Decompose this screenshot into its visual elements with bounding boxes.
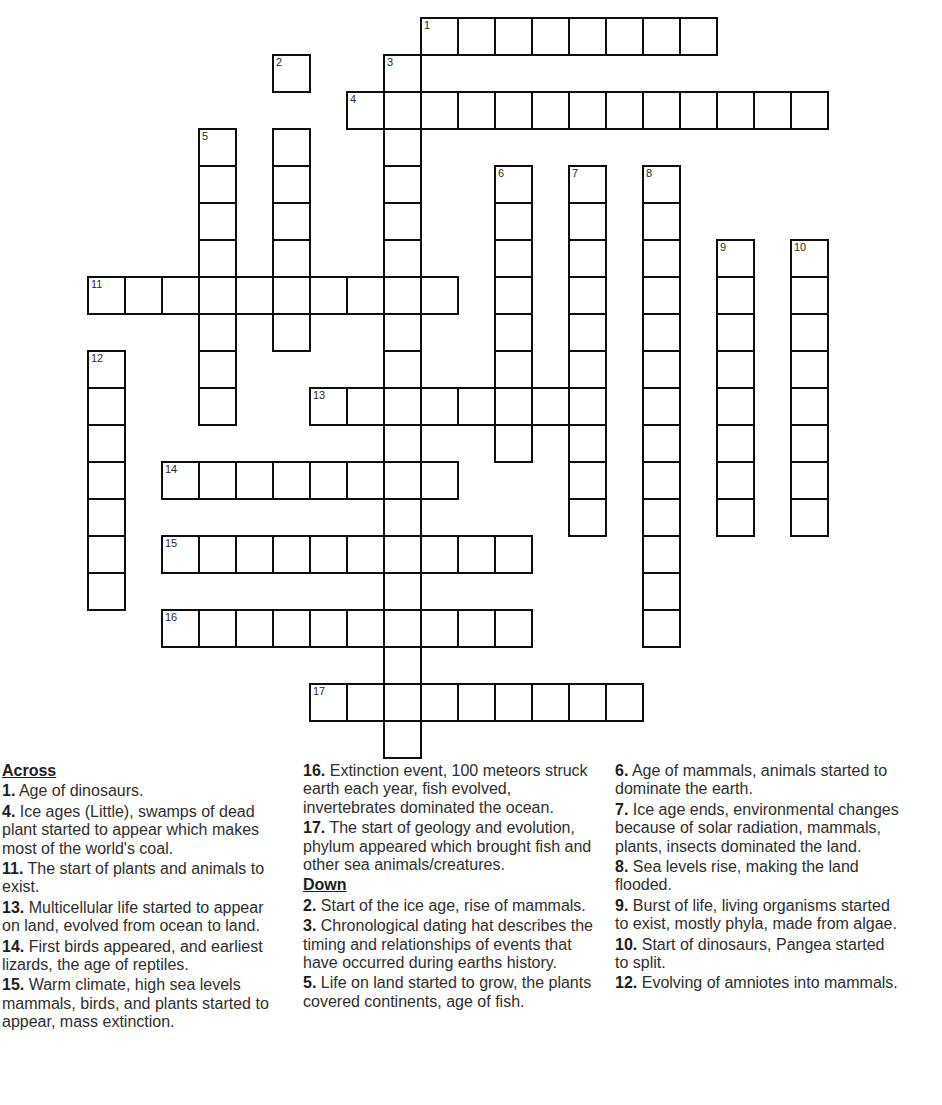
cell-r19c8[interactable] bbox=[383, 720, 422, 759]
cell-r5c15[interactable] bbox=[642, 202, 681, 241]
cell-r6c11[interactable] bbox=[494, 239, 533, 278]
clue-text: The start of geology and evolution, phyl… bbox=[303, 819, 591, 873]
clue-text: Age of mammals, animals started to domin… bbox=[615, 762, 887, 797]
cell-r2c14[interactable] bbox=[605, 91, 644, 130]
cell-r12c4[interactable] bbox=[235, 461, 274, 500]
clue-across-1: 1 Age of dinosaurs. bbox=[2, 782, 279, 800]
cell-r3c5[interactable] bbox=[272, 128, 311, 167]
cell-r12c17[interactable] bbox=[716, 461, 755, 500]
clue-text: Start of dinosaurs, Pangea started to sp… bbox=[615, 936, 885, 971]
clue-down-12: 12 Evolving of amniotes into mammals. bbox=[615, 974, 899, 992]
cell-r16c9[interactable] bbox=[420, 609, 459, 648]
cell-r0c16[interactable] bbox=[679, 17, 718, 56]
cell-r0c10[interactable] bbox=[457, 17, 496, 56]
cell-r11c11[interactable] bbox=[494, 424, 533, 463]
cell-r9c0[interactable]: 12 bbox=[87, 350, 126, 389]
cell-r7c1[interactable] bbox=[124, 276, 163, 315]
cell-r4c15[interactable]: 8 bbox=[642, 165, 681, 204]
cell-r18c8[interactable] bbox=[383, 683, 422, 722]
cell-r14c15[interactable] bbox=[642, 535, 681, 574]
cell-r7c17[interactable] bbox=[716, 276, 755, 315]
cell-r14c5[interactable] bbox=[272, 535, 311, 574]
cell-r9c15[interactable] bbox=[642, 350, 681, 389]
cell-r4c5[interactable] bbox=[272, 165, 311, 204]
cell-r2c18[interactable] bbox=[753, 91, 792, 130]
cell-r2c19[interactable] bbox=[790, 91, 829, 130]
cell-r18c11[interactable] bbox=[494, 683, 533, 722]
cell-r0c15[interactable] bbox=[642, 17, 681, 56]
cell-r13c13[interactable] bbox=[568, 498, 607, 537]
clue-down-3: 3 Chronological dating hat describes the… bbox=[303, 917, 595, 972]
cell-r11c13[interactable] bbox=[568, 424, 607, 463]
clue-across-15: 15 Warm climate, high sea levels mammals… bbox=[2, 976, 279, 1031]
clue-number: 3 bbox=[303, 917, 316, 934]
cell-r6c13[interactable] bbox=[568, 239, 607, 278]
clue-number: 4 bbox=[2, 803, 15, 820]
cell-r7c11[interactable] bbox=[494, 276, 533, 315]
cell-r16c3[interactable] bbox=[198, 609, 237, 648]
cell-r0c13[interactable] bbox=[568, 17, 607, 56]
clue-number: 7 bbox=[615, 801, 628, 818]
cell-r12c13[interactable] bbox=[568, 461, 607, 500]
clue-number: 8 bbox=[615, 858, 628, 875]
cell-r5c13[interactable] bbox=[568, 202, 607, 241]
cell-r5c8[interactable] bbox=[383, 202, 422, 241]
clue-text: Ice ages (Little), swamps of dead plant … bbox=[2, 803, 259, 857]
cell-r12c0[interactable] bbox=[87, 461, 126, 500]
cell-r0c12[interactable] bbox=[531, 17, 570, 56]
cell-r12c15[interactable] bbox=[642, 461, 681, 500]
cell-r10c12[interactable] bbox=[531, 387, 570, 426]
cell-r10c0[interactable] bbox=[87, 387, 126, 426]
cell-r9c8[interactable] bbox=[383, 350, 422, 389]
clue-number: 10 bbox=[615, 936, 637, 953]
cell-r10c6[interactable]: 13 bbox=[309, 387, 348, 426]
cell-r7c15[interactable] bbox=[642, 276, 681, 315]
cell-r17c8[interactable] bbox=[383, 646, 422, 685]
clue-column-middle: 16 Extinction event, 100 meteors struck … bbox=[303, 762, 595, 1013]
cell-r8c17[interactable] bbox=[716, 313, 755, 352]
clue-text: Warm climate, high sea levels mammals, b… bbox=[2, 976, 269, 1030]
cell-r14c10[interactable] bbox=[457, 535, 496, 574]
crossword-board: 1234567891011121314151617 bbox=[88, 18, 828, 758]
cell-r0c14[interactable] bbox=[605, 17, 644, 56]
clue-across-16: 16 Extinction event, 100 meteors struck … bbox=[303, 762, 595, 817]
cell-r8c13[interactable] bbox=[568, 313, 607, 352]
cell-r2c9[interactable] bbox=[420, 91, 459, 130]
cell-r4c3[interactable] bbox=[198, 165, 237, 204]
cell-number: 13 bbox=[313, 390, 325, 401]
cell-r11c17[interactable] bbox=[716, 424, 755, 463]
cell-r15c15[interactable] bbox=[642, 572, 681, 611]
cell-r12c19[interactable] bbox=[790, 461, 829, 500]
cell-r16c2[interactable]: 16 bbox=[161, 609, 200, 648]
clue-number: 11 bbox=[2, 860, 23, 877]
cell-r18c9[interactable] bbox=[420, 683, 459, 722]
cell-r10c13[interactable] bbox=[568, 387, 607, 426]
cell-r6c3[interactable] bbox=[198, 239, 237, 278]
clue-across-11: 11 The start of plants and animals to ex… bbox=[2, 860, 279, 897]
cell-r13c17[interactable] bbox=[716, 498, 755, 537]
cell-r16c10[interactable] bbox=[457, 609, 496, 648]
cell-r8c11[interactable] bbox=[494, 313, 533, 352]
cell-r3c8[interactable] bbox=[383, 128, 422, 167]
cell-r7c0[interactable]: 11 bbox=[87, 276, 126, 315]
cell-r9c11[interactable] bbox=[494, 350, 533, 389]
cell-r12c2[interactable]: 14 bbox=[161, 461, 200, 500]
clue-number: 16 bbox=[303, 762, 325, 779]
cell-r10c8[interactable] bbox=[383, 387, 422, 426]
cell-r16c7[interactable] bbox=[346, 609, 385, 648]
cell-r6c8[interactable] bbox=[383, 239, 422, 278]
cell-r12c3[interactable] bbox=[198, 461, 237, 500]
clue-down-6: 6 Age of mammals, animals started to dom… bbox=[615, 762, 899, 799]
cell-r10c17[interactable] bbox=[716, 387, 755, 426]
cell-r16c15[interactable] bbox=[642, 609, 681, 648]
cell-r5c11[interactable] bbox=[494, 202, 533, 241]
clue-number: 2 bbox=[303, 897, 316, 914]
clue-text: Evolving of amniotes into mammals. bbox=[642, 974, 898, 991]
cell-r11c19[interactable] bbox=[790, 424, 829, 463]
cell-r13c15[interactable] bbox=[642, 498, 681, 537]
clue-down-8: 8 Sea levels rise, making the land flood… bbox=[615, 858, 899, 895]
across-heading: Across bbox=[2, 762, 279, 780]
cell-r3c3[interactable]: 5 bbox=[198, 128, 237, 167]
cell-r2c17[interactable] bbox=[716, 91, 755, 130]
cell-r9c3[interactable] bbox=[198, 350, 237, 389]
crossword-page: 1234567891011121314151617 Across1 Age of… bbox=[0, 0, 942, 1105]
clue-number: 1 bbox=[2, 782, 15, 799]
cell-number: 9 bbox=[720, 242, 726, 253]
cell-r1c5[interactable]: 2 bbox=[272, 54, 311, 93]
cell-r8c8[interactable] bbox=[383, 313, 422, 352]
cell-r2c13[interactable] bbox=[568, 91, 607, 130]
cell-r7c9[interactable] bbox=[420, 276, 459, 315]
cell-r18c10[interactable] bbox=[457, 683, 496, 722]
cell-r11c8[interactable] bbox=[383, 424, 422, 463]
cell-number: 3 bbox=[387, 57, 393, 68]
cell-r7c4[interactable] bbox=[235, 276, 274, 315]
clue-column-across: Across1 Age of dinosaurs.4 Ice ages (Lit… bbox=[2, 762, 279, 1034]
cell-r7c7[interactable] bbox=[346, 276, 385, 315]
cell-r9c17[interactable] bbox=[716, 350, 755, 389]
clue-text: Sea levels rise, making the land flooded… bbox=[615, 858, 859, 893]
cell-r0c11[interactable] bbox=[494, 17, 533, 56]
cell-r12c7[interactable] bbox=[346, 461, 385, 500]
clue-text: Life on land started to grow, the plants… bbox=[303, 974, 591, 1009]
cell-r8c15[interactable] bbox=[642, 313, 681, 352]
cell-r16c5[interactable] bbox=[272, 609, 311, 648]
cell-r10c3[interactable] bbox=[198, 387, 237, 426]
cell-r18c6[interactable]: 17 bbox=[309, 683, 348, 722]
cell-r15c0[interactable] bbox=[87, 572, 126, 611]
cell-number: 4 bbox=[350, 94, 356, 105]
clue-text: Chronological dating hat describes the t… bbox=[303, 917, 593, 971]
clue-text: The start of plants and animals to exist… bbox=[2, 860, 264, 895]
cell-r8c3[interactable] bbox=[198, 313, 237, 352]
cell-r14c9[interactable] bbox=[420, 535, 459, 574]
cell-r6c15[interactable] bbox=[642, 239, 681, 278]
clue-text: Age of dinosaurs. bbox=[19, 782, 144, 799]
cell-r7c13[interactable] bbox=[568, 276, 607, 315]
cell-number: 16 bbox=[165, 612, 177, 623]
cell-r9c19[interactable] bbox=[790, 350, 829, 389]
cell-number: 7 bbox=[572, 168, 578, 179]
cell-number: 8 bbox=[646, 168, 652, 179]
cell-r5c5[interactable] bbox=[272, 202, 311, 241]
cell-number: 15 bbox=[165, 538, 177, 549]
cell-number: 10 bbox=[794, 242, 806, 253]
cell-r16c8[interactable] bbox=[383, 609, 422, 648]
down-heading: Down bbox=[303, 876, 595, 894]
clue-number: 12 bbox=[615, 974, 637, 991]
cell-r16c11[interactable] bbox=[494, 609, 533, 648]
cell-r0c9[interactable]: 1 bbox=[420, 17, 459, 56]
clue-number: 17 bbox=[303, 819, 325, 836]
clue-text: Start of the ice age, rise of mammals. bbox=[321, 897, 586, 914]
cell-r12c6[interactable] bbox=[309, 461, 348, 500]
cell-r14c3[interactable] bbox=[198, 535, 237, 574]
cell-number: 11 bbox=[91, 279, 102, 290]
clue-number: 13 bbox=[2, 899, 24, 916]
cell-r2c12[interactable] bbox=[531, 91, 570, 130]
clue-across-4: 4 Ice ages (Little), swamps of dead plan… bbox=[2, 803, 279, 858]
cell-r10c15[interactable] bbox=[642, 387, 681, 426]
cell-r10c10[interactable] bbox=[457, 387, 496, 426]
cell-r9c13[interactable] bbox=[568, 350, 607, 389]
cell-r14c0[interactable] bbox=[87, 535, 126, 574]
clue-column-down: 6 Age of mammals, animals started to dom… bbox=[615, 762, 899, 995]
cell-r7c2[interactable] bbox=[161, 276, 200, 315]
cell-r10c19[interactable] bbox=[790, 387, 829, 426]
cell-r10c7[interactable] bbox=[346, 387, 385, 426]
cell-r7c19[interactable] bbox=[790, 276, 829, 315]
cell-r14c2[interactable]: 15 bbox=[161, 535, 200, 574]
cell-number: 12 bbox=[91, 353, 103, 364]
cell-r11c15[interactable] bbox=[642, 424, 681, 463]
cell-r4c13[interactable]: 7 bbox=[568, 165, 607, 204]
cell-number: 5 bbox=[202, 131, 208, 142]
clue-text: Extinction event, 100 meteors struck ear… bbox=[303, 762, 588, 816]
cell-r6c19[interactable]: 10 bbox=[790, 239, 829, 278]
cell-r12c8[interactable] bbox=[383, 461, 422, 500]
cell-r14c7[interactable] bbox=[346, 535, 385, 574]
cell-r2c15[interactable] bbox=[642, 91, 681, 130]
cell-r18c13[interactable] bbox=[568, 683, 607, 722]
cell-r13c19[interactable] bbox=[790, 498, 829, 537]
cell-r5c3[interactable] bbox=[198, 202, 237, 241]
cell-r14c11[interactable] bbox=[494, 535, 533, 574]
cell-r15c8[interactable] bbox=[383, 572, 422, 611]
cell-r4c11[interactable]: 6 bbox=[494, 165, 533, 204]
clue-number: 5 bbox=[303, 974, 316, 991]
cell-r2c8[interactable] bbox=[383, 91, 422, 130]
clue-across-14: 14 First birds appeared, and earliest li… bbox=[2, 938, 279, 975]
clue-text: Burst of life, living organisms started … bbox=[615, 897, 897, 932]
cell-r6c17[interactable]: 9 bbox=[716, 239, 755, 278]
cell-r14c4[interactable] bbox=[235, 535, 274, 574]
cell-r2c10[interactable] bbox=[457, 91, 496, 130]
clue-across-13: 13 Multicellular life started to appear … bbox=[2, 899, 279, 936]
cell-r7c6[interactable] bbox=[309, 276, 348, 315]
cell-r12c5[interactable] bbox=[272, 461, 311, 500]
clue-text: First birds appeared, and earliest lizar… bbox=[2, 938, 263, 973]
clue-text: Multicellular life started to appear on … bbox=[2, 899, 263, 934]
cell-r2c11[interactable] bbox=[494, 91, 533, 130]
cell-r14c6[interactable] bbox=[309, 535, 348, 574]
cell-r12c9[interactable] bbox=[420, 461, 459, 500]
cell-number: 6 bbox=[498, 168, 504, 179]
cell-number: 1 bbox=[424, 20, 430, 31]
clue-across-17: 17 The start of geology and evolution, p… bbox=[303, 819, 595, 874]
cell-r4c8[interactable] bbox=[383, 165, 422, 204]
clue-number: 15 bbox=[2, 976, 24, 993]
cell-r16c6[interactable] bbox=[309, 609, 348, 648]
cell-number: 14 bbox=[165, 464, 177, 475]
cell-r7c8[interactable] bbox=[383, 276, 422, 315]
cell-number: 17 bbox=[313, 686, 325, 697]
clue-down-10: 10 Start of dinosaurs, Pangea started to… bbox=[615, 936, 899, 973]
cell-r7c5[interactable] bbox=[272, 276, 311, 315]
clue-number: 6 bbox=[615, 762, 628, 779]
cell-r18c7[interactable] bbox=[346, 683, 385, 722]
cell-r7c3[interactable] bbox=[198, 276, 237, 315]
cell-r16c4[interactable] bbox=[235, 609, 274, 648]
cell-r2c16[interactable] bbox=[679, 91, 718, 130]
cell-r1c8[interactable]: 3 bbox=[383, 54, 422, 93]
cell-r14c8[interactable] bbox=[383, 535, 422, 574]
cell-r18c12[interactable] bbox=[531, 683, 570, 722]
clue-down-5: 5 Life on land started to grow, the plan… bbox=[303, 974, 595, 1011]
cell-r11c0[interactable] bbox=[87, 424, 126, 463]
clue-number: 9 bbox=[615, 897, 628, 914]
cell-r10c11[interactable] bbox=[494, 387, 533, 426]
cell-r13c8[interactable] bbox=[383, 498, 422, 537]
cell-r2c7[interactable]: 4 bbox=[346, 91, 385, 130]
clue-number: 14 bbox=[2, 938, 24, 955]
cell-r18c14[interactable] bbox=[605, 683, 644, 722]
clue-down-2: 2 Start of the ice age, rise of mammals. bbox=[303, 897, 595, 915]
clue-down-7: 7 Ice age ends, environmental changes be… bbox=[615, 801, 899, 856]
cell-r10c9[interactable] bbox=[420, 387, 459, 426]
clue-down-9: 9 Burst of life, living organisms starte… bbox=[615, 897, 899, 934]
cell-r8c19[interactable] bbox=[790, 313, 829, 352]
cell-r6c5[interactable] bbox=[272, 239, 311, 278]
cell-r13c0[interactable] bbox=[87, 498, 126, 537]
clue-text: Ice age ends, environmental changes beca… bbox=[615, 801, 899, 855]
cell-number: 2 bbox=[276, 57, 282, 68]
cell-r8c5[interactable] bbox=[272, 313, 311, 352]
